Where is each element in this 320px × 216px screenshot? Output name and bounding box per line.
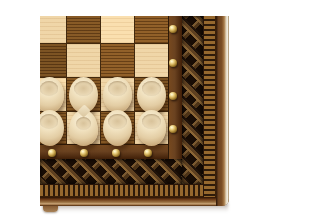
square-r1c2-dark: [67, 16, 100, 43]
brass-pin-bottom-3: [112, 149, 120, 157]
brass-pin-right-2: [169, 59, 177, 67]
brass-pin-bottom-1: [48, 149, 56, 157]
checker-piece-light-r4c4: [137, 110, 166, 146]
carved-rope-strip-right: [203, 16, 216, 197]
square-r2c2-light: [67, 44, 100, 77]
outer-frame-bottom-edge: [40, 197, 216, 206]
carved-rope-strip-bottom: [40, 184, 203, 197]
brass-pin-right-1: [169, 25, 177, 33]
square-r1c4-dark: [135, 16, 168, 43]
checker-piece-light-r3c1: [40, 77, 64, 113]
square-r2c4-light: [135, 44, 168, 77]
outer-frame-right-edge: [216, 16, 229, 206]
board-margin-right: [168, 16, 182, 159]
board-photo: Overhead corner view product photo of a …: [40, 16, 320, 216]
brass-pin-right-3: [169, 92, 177, 100]
brass-pin-bottom-2: [80, 149, 88, 157]
wicker-border-bottom: [40, 159, 182, 184]
square-r2c3-dark: [101, 44, 134, 77]
checker-piece-light-r3c3: [103, 77, 132, 113]
brass-pin-bottom-4: [144, 149, 152, 157]
square-r2c1-dark: [40, 44, 66, 77]
square-r1c3-light: [101, 16, 134, 43]
chess-board: [40, 16, 229, 206]
checker-piece-light-r4c2: [69, 110, 98, 146]
brass-pin-right-4: [169, 125, 177, 133]
square-r1c1-light: [40, 16, 66, 43]
checker-piece-light-r4c3: [103, 110, 132, 146]
checker-piece-light-r3c4: [137, 77, 166, 113]
wicker-border-right: [182, 16, 203, 184]
